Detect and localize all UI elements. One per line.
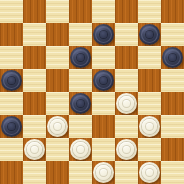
square-r0c1[interactable]	[23, 0, 46, 23]
white-draughts-man-glyph: ⛀	[29, 143, 40, 156]
black-checker[interactable]: ⛂	[1, 116, 22, 137]
square-r4c3[interactable]: ⛂	[69, 92, 92, 115]
square-r2c5[interactable]	[115, 46, 138, 69]
white-checker[interactable]: ⛀	[93, 162, 114, 183]
square-r6c0[interactable]	[0, 138, 23, 161]
black-checker[interactable]: ⛂	[70, 93, 91, 114]
black-draughts-man-glyph: ⛂	[75, 97, 86, 110]
square-r2c4[interactable]	[92, 46, 115, 69]
square-r5c2[interactable]: ⛀	[46, 115, 69, 138]
white-draughts-man-glyph: ⛀	[121, 97, 132, 110]
square-r0c5[interactable]	[115, 0, 138, 23]
square-r6c5[interactable]: ⛀	[115, 138, 138, 161]
black-checker[interactable]: ⛂	[93, 24, 114, 45]
square-r1c5[interactable]	[115, 23, 138, 46]
square-r4c2[interactable]	[46, 92, 69, 115]
black-checker[interactable]: ⛂	[139, 24, 160, 45]
square-r4c7[interactable]	[161, 92, 184, 115]
black-draughts-man-glyph: ⛂	[98, 74, 109, 87]
square-r3c5[interactable]	[115, 69, 138, 92]
black-checker[interactable]: ⛂	[70, 47, 91, 68]
square-r1c4[interactable]: ⛂	[92, 23, 115, 46]
square-r4c5[interactable]: ⛀	[115, 92, 138, 115]
square-r3c6[interactable]	[138, 69, 161, 92]
square-r6c3[interactable]: ⛀	[69, 138, 92, 161]
square-r6c1[interactable]: ⛀	[23, 138, 46, 161]
square-r7c5[interactable]	[115, 161, 138, 184]
black-checker[interactable]: ⛂	[93, 70, 114, 91]
square-r7c1[interactable]	[23, 161, 46, 184]
white-draughts-man-glyph: ⛀	[75, 143, 86, 156]
white-checker[interactable]: ⛀	[139, 162, 160, 183]
square-r2c0[interactable]	[0, 46, 23, 69]
square-r3c1[interactable]	[23, 69, 46, 92]
square-r7c6[interactable]: ⛀	[138, 161, 161, 184]
square-r2c6[interactable]	[138, 46, 161, 69]
square-r7c2[interactable]	[46, 161, 69, 184]
square-r5c6[interactable]: ⛀	[138, 115, 161, 138]
square-r3c3[interactable]	[69, 69, 92, 92]
white-draughts-man-glyph: ⛀	[98, 166, 109, 179]
square-r2c1[interactable]	[23, 46, 46, 69]
square-r0c6[interactable]	[138, 0, 161, 23]
black-checker[interactable]: ⛂	[162, 47, 183, 68]
square-r4c6[interactable]	[138, 92, 161, 115]
white-checker[interactable]: ⛀	[70, 139, 91, 160]
square-r3c7[interactable]	[161, 69, 184, 92]
white-draughts-man-glyph: ⛀	[144, 120, 155, 133]
square-r1c3[interactable]	[69, 23, 92, 46]
white-draughts-man-glyph: ⛀	[52, 120, 63, 133]
white-checker[interactable]: ⛀	[116, 139, 137, 160]
white-checker[interactable]: ⛀	[24, 139, 45, 160]
square-r7c4[interactable]: ⛀	[92, 161, 115, 184]
square-r5c5[interactable]	[115, 115, 138, 138]
black-draughts-man-glyph: ⛂	[75, 51, 86, 64]
black-draughts-man-glyph: ⛂	[6, 120, 17, 133]
checkers-board: ⛂⛂⛂⛂⛂⛂⛂⛀⛂⛀⛀⛀⛀⛀⛀⛀	[0, 0, 184, 184]
square-r0c4[interactable]	[92, 0, 115, 23]
square-r2c3[interactable]: ⛂	[69, 46, 92, 69]
square-r7c7[interactable]	[161, 161, 184, 184]
square-r1c2[interactable]	[46, 23, 69, 46]
square-r6c2[interactable]	[46, 138, 69, 161]
square-r0c2[interactable]	[46, 0, 69, 23]
square-r5c4[interactable]	[92, 115, 115, 138]
black-draughts-man-glyph: ⛂	[144, 28, 155, 41]
black-draughts-man-glyph: ⛂	[167, 51, 178, 64]
square-r0c0[interactable]	[0, 0, 23, 23]
square-r0c7[interactable]	[161, 0, 184, 23]
white-draughts-man-glyph: ⛀	[121, 143, 132, 156]
black-checker[interactable]: ⛂	[1, 70, 22, 91]
square-r3c4[interactable]: ⛂	[92, 69, 115, 92]
square-r1c6[interactable]: ⛂	[138, 23, 161, 46]
square-r5c0[interactable]: ⛂	[0, 115, 23, 138]
square-r1c0[interactable]	[0, 23, 23, 46]
square-r7c3[interactable]	[69, 161, 92, 184]
black-draughts-man-glyph: ⛂	[98, 28, 109, 41]
square-r7c0[interactable]	[0, 161, 23, 184]
square-r6c7[interactable]	[161, 138, 184, 161]
square-r2c2[interactable]	[46, 46, 69, 69]
square-r3c2[interactable]	[46, 69, 69, 92]
white-checker[interactable]: ⛀	[116, 93, 137, 114]
white-draughts-man-glyph: ⛀	[144, 166, 155, 179]
square-r5c7[interactable]	[161, 115, 184, 138]
square-r6c4[interactable]	[92, 138, 115, 161]
square-r3c0[interactable]: ⛂	[0, 69, 23, 92]
square-r1c7[interactable]	[161, 23, 184, 46]
white-checker[interactable]: ⛀	[47, 116, 68, 137]
square-r4c1[interactable]	[23, 92, 46, 115]
square-r4c0[interactable]	[0, 92, 23, 115]
square-r0c3[interactable]	[69, 0, 92, 23]
black-draughts-man-glyph: ⛂	[6, 74, 17, 87]
square-r5c3[interactable]	[69, 115, 92, 138]
square-r1c1[interactable]	[23, 23, 46, 46]
white-checker[interactable]: ⛀	[139, 116, 160, 137]
square-r6c6[interactable]	[138, 138, 161, 161]
square-r4c4[interactable]	[92, 92, 115, 115]
square-r2c7[interactable]: ⛂	[161, 46, 184, 69]
square-r5c1[interactable]	[23, 115, 46, 138]
